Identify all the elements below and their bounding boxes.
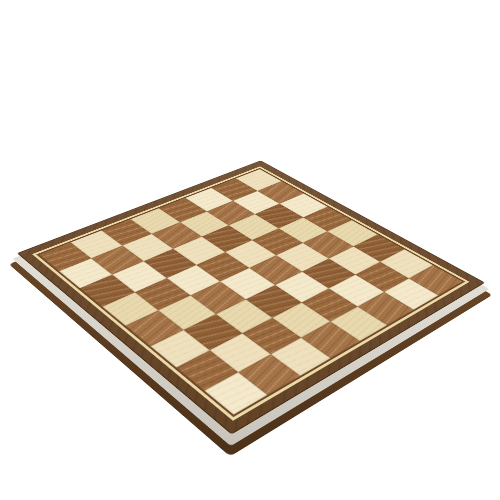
product-photo-background: [0, 0, 500, 500]
board-frame: [17, 160, 485, 434]
frame-inner-band: [36, 168, 465, 417]
board-tilt-wrapper: [0, 0, 500, 500]
maple-inlay-line: [32, 166, 469, 420]
chess-board: [17, 160, 485, 434]
chess-board-grid: [39, 169, 462, 415]
